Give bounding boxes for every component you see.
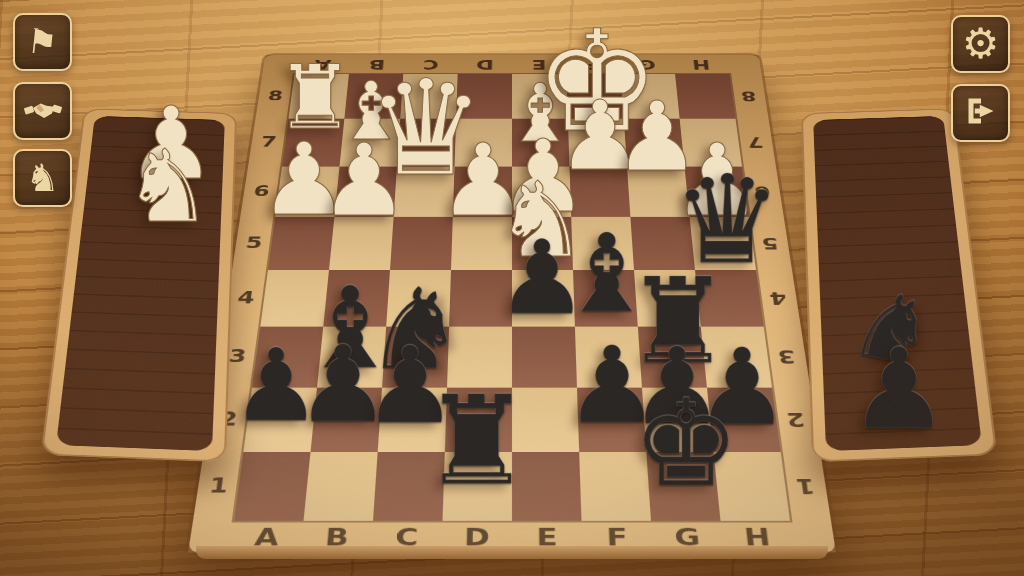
game-scene: ABCDEFGH ABCDEFGH 87654321 87654321 ♜♝♝♚…: [0, 0, 1024, 576]
exit-button[interactable]: [951, 84, 1010, 142]
resign-button[interactable]: ⚑: [13, 13, 72, 71]
piece-black-king-g1[interactable]: ♚: [632, 384, 740, 504]
piece-white-pawn-b6[interactable]: ♟: [319, 131, 409, 231]
offer-draw-button[interactable]: [13, 82, 72, 140]
rank-label: 8: [729, 74, 768, 119]
settings-button[interactable]: ⚙: [951, 15, 1010, 73]
knight-icon: ♞: [25, 159, 59, 197]
square-a1[interactable]: [234, 452, 311, 521]
board-front-edge: [196, 546, 828, 559]
exit-icon: [962, 96, 1000, 130]
flag-icon: ⚑: [26, 23, 60, 60]
captured-black-pawn[interactable]: ♟: [849, 333, 949, 445]
rank-label: 1: [781, 452, 831, 521]
square-b1[interactable]: [304, 452, 378, 521]
gear-icon: ⚙: [962, 23, 1000, 65]
file-label: H: [673, 55, 729, 74]
knight-hint-button[interactable]: ♞: [13, 149, 72, 207]
captured-white-knight[interactable]: ♞: [123, 137, 213, 237]
piece-black-rook-d1[interactable]: ♜: [422, 380, 531, 502]
handshake-icon: [24, 94, 62, 128]
